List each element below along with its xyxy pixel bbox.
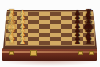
cell-h3 <box>28 41 39 45</box>
cell-h4 <box>39 41 50 45</box>
cell-h1: ♜ <box>6 41 17 45</box>
brass-hinge-icon <box>78 51 83 55</box>
brass-hinge-icon <box>9 51 14 55</box>
piece-black-pawn[interactable]: ♟ <box>74 39 80 46</box>
chess-case-front <box>2 48 97 61</box>
piece-white-pawn[interactable]: ♟ <box>19 39 25 46</box>
piece-black-rook[interactable]: ♜ <box>85 38 92 46</box>
cell-h7: ♟ <box>72 41 83 45</box>
chess-set-photo: ♜♟♟♜♞♟♟♞♝♟♟♝♛♟♟♛♚♟♟♚♝♟♟♝♞♟♟♞♜♟♟♜ <box>0 0 100 67</box>
board-pieces: ♜♟♟♜♞♟♟♞♝♟♟♝♛♟♟♛♚♟♟♚♝♟♟♝♞♟♟♞♜♟♟♜ <box>6 12 94 45</box>
cell-h5 <box>50 41 61 45</box>
cell-h8: ♜ <box>83 41 94 45</box>
cell-h2: ♟ <box>17 41 28 45</box>
brass-hinge-icon <box>89 51 94 55</box>
brass-latch-icon <box>30 50 37 56</box>
cell-h6 <box>61 41 72 45</box>
piece-white-rook[interactable]: ♜ <box>8 38 15 46</box>
